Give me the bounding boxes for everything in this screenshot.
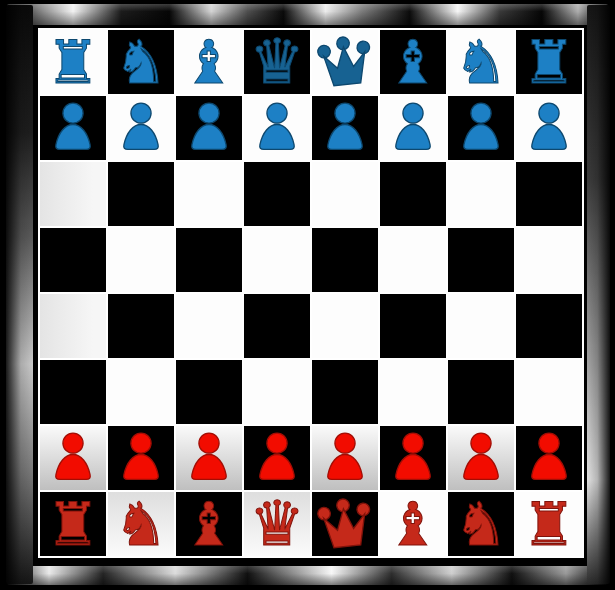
queen-icon: ♛ <box>249 492 305 556</box>
piece-blue-king-e8[interactable] <box>316 36 374 88</box>
piece-red-pawn-a2[interactable] <box>45 429 101 487</box>
square-g7[interactable] <box>448 96 514 160</box>
square-g6[interactable] <box>448 162 514 226</box>
square-e5[interactable] <box>312 228 378 292</box>
square-b4[interactable] <box>108 294 174 358</box>
square-b7[interactable] <box>108 96 174 160</box>
person-icon <box>317 99 373 157</box>
square-h6[interactable] <box>516 162 582 226</box>
piece-blue-pawn-g7[interactable] <box>453 99 509 157</box>
piece-red-knight-g1[interactable]: ♞ <box>454 492 508 556</box>
piece-red-pawn-c2[interactable] <box>181 429 237 487</box>
square-c5[interactable] <box>176 228 242 292</box>
frame-metal-bottom <box>7 566 608 585</box>
frame-metal-top <box>7 4 608 25</box>
bishop-icon: ♝ <box>386 30 440 94</box>
piece-blue-knight-g8[interactable]: ♞ <box>454 30 508 94</box>
piece-red-pawn-h2[interactable] <box>521 429 577 487</box>
person-icon <box>113 99 169 157</box>
square-b1[interactable]: ♞ <box>108 492 174 556</box>
bishop-icon: ♝ <box>182 492 236 556</box>
person-icon <box>249 429 305 487</box>
piece-red-bishop-c1[interactable]: ♝ <box>182 492 236 556</box>
chess-board: ♜♞♝♛♝♞♜♜♞♝♛♝♞♜ <box>38 28 584 558</box>
piece-red-pawn-g2[interactable] <box>453 429 509 487</box>
square-c8[interactable]: ♝ <box>176 30 242 94</box>
square-e4[interactable] <box>312 294 378 358</box>
square-c1[interactable]: ♝ <box>176 492 242 556</box>
square-e6[interactable] <box>312 162 378 226</box>
person-icon <box>249 99 305 157</box>
square-d7[interactable] <box>244 96 310 160</box>
square-b6[interactable] <box>108 162 174 226</box>
square-g5[interactable] <box>448 228 514 292</box>
piece-blue-pawn-c7[interactable] <box>181 99 237 157</box>
square-a3[interactable] <box>40 360 106 424</box>
square-f8[interactable]: ♝ <box>380 30 446 94</box>
rook-icon: ♜ <box>46 492 100 556</box>
rook-icon: ♜ <box>522 30 576 94</box>
piece-blue-pawn-h7[interactable] <box>521 99 577 157</box>
piece-red-rook-a1[interactable]: ♜ <box>46 492 100 556</box>
square-a8[interactable]: ♜ <box>40 30 106 94</box>
bishop-icon: ♝ <box>386 492 440 556</box>
square-h3[interactable] <box>516 360 582 424</box>
square-e7[interactable] <box>312 96 378 160</box>
person-icon <box>317 429 373 487</box>
square-f3[interactable] <box>380 360 446 424</box>
piece-red-queen-d1[interactable]: ♛ <box>249 492 305 556</box>
square-b5[interactable] <box>108 228 174 292</box>
person-icon <box>181 99 237 157</box>
square-g3[interactable] <box>448 360 514 424</box>
piece-blue-pawn-d7[interactable] <box>249 99 305 157</box>
rook-icon: ♜ <box>522 492 576 556</box>
square-h7[interactable] <box>516 96 582 160</box>
square-e2[interactable] <box>312 426 378 490</box>
frame-metal-right <box>587 5 610 584</box>
square-d2[interactable] <box>244 426 310 490</box>
person-icon <box>181 429 237 487</box>
knight-icon: ♞ <box>114 30 168 94</box>
square-g4[interactable] <box>448 294 514 358</box>
knight-icon: ♞ <box>454 492 508 556</box>
square-c3[interactable] <box>176 360 242 424</box>
square-c7[interactable] <box>176 96 242 160</box>
square-f1[interactable]: ♝ <box>380 492 446 556</box>
bishop-icon: ♝ <box>182 30 236 94</box>
square-h8[interactable]: ♜ <box>516 30 582 94</box>
square-e3[interactable] <box>312 360 378 424</box>
square-c4[interactable] <box>176 294 242 358</box>
crown-icon <box>313 33 376 91</box>
square-h2[interactable] <box>516 426 582 490</box>
piece-blue-pawn-a7[interactable] <box>45 99 101 157</box>
square-a2[interactable] <box>40 426 106 490</box>
person-icon <box>521 99 577 157</box>
piece-blue-queen-d8[interactable]: ♛ <box>249 30 305 94</box>
piece-red-pawn-d2[interactable] <box>249 429 305 487</box>
person-icon <box>113 429 169 487</box>
piece-blue-pawn-e7[interactable] <box>317 99 373 157</box>
square-f2[interactable] <box>380 426 446 490</box>
square-f5[interactable] <box>380 228 446 292</box>
square-d5[interactable] <box>244 228 310 292</box>
queen-icon: ♛ <box>249 30 305 94</box>
piece-red-pawn-b2[interactable] <box>113 429 169 487</box>
square-e1[interactable] <box>312 492 378 556</box>
frame-metal-left <box>6 5 33 584</box>
square-d6[interactable] <box>244 162 310 226</box>
rook-icon: ♜ <box>46 30 100 94</box>
square-b3[interactable] <box>108 360 174 424</box>
piece-blue-knight-b8[interactable]: ♞ <box>114 30 168 94</box>
square-e8[interactable] <box>312 30 378 94</box>
person-icon <box>521 429 577 487</box>
square-f7[interactable] <box>380 96 446 160</box>
square-d1[interactable]: ♛ <box>244 492 310 556</box>
piece-red-bishop-f1[interactable]: ♝ <box>386 492 440 556</box>
piece-red-pawn-f2[interactable] <box>385 429 441 487</box>
piece-blue-bishop-c8[interactable]: ♝ <box>182 30 236 94</box>
square-a6[interactable] <box>40 162 106 226</box>
square-h1[interactable]: ♜ <box>516 492 582 556</box>
square-d3[interactable] <box>244 360 310 424</box>
square-d8[interactable]: ♛ <box>244 30 310 94</box>
piece-blue-rook-a8[interactable]: ♜ <box>46 30 100 94</box>
square-f4[interactable] <box>380 294 446 358</box>
square-d4[interactable] <box>244 294 310 358</box>
knight-icon: ♞ <box>454 30 508 94</box>
piece-blue-rook-h8[interactable]: ♜ <box>522 30 576 94</box>
square-a4[interactable] <box>40 294 106 358</box>
square-a5[interactable] <box>40 228 106 292</box>
framed-chessboard: ♜♞♝♛♝♞♜♜♞♝♛♝♞♜ <box>0 0 615 590</box>
person-icon <box>453 99 509 157</box>
piece-blue-pawn-f7[interactable] <box>385 99 441 157</box>
square-a7[interactable] <box>40 96 106 160</box>
crown-icon <box>313 495 376 553</box>
person-icon <box>385 429 441 487</box>
square-c2[interactable] <box>176 426 242 490</box>
square-b2[interactable] <box>108 426 174 490</box>
square-h5[interactable] <box>516 228 582 292</box>
person-icon <box>453 429 509 487</box>
person-icon <box>45 99 101 157</box>
piece-blue-pawn-b7[interactable] <box>113 99 169 157</box>
square-h4[interactable] <box>516 294 582 358</box>
square-g2[interactable] <box>448 426 514 490</box>
square-a1[interactable]: ♜ <box>40 492 106 556</box>
piece-red-knight-b1[interactable]: ♞ <box>114 492 168 556</box>
piece-red-king-e1[interactable] <box>316 498 374 550</box>
piece-red-rook-h1[interactable]: ♜ <box>522 492 576 556</box>
square-g1[interactable]: ♞ <box>448 492 514 556</box>
square-b8[interactable]: ♞ <box>108 30 174 94</box>
square-c6[interactable] <box>176 162 242 226</box>
person-icon <box>385 99 441 157</box>
square-g8[interactable]: ♞ <box>448 30 514 94</box>
person-icon <box>45 429 101 487</box>
piece-blue-bishop-f8[interactable]: ♝ <box>386 30 440 94</box>
square-f6[interactable] <box>380 162 446 226</box>
knight-icon: ♞ <box>114 492 168 556</box>
piece-red-pawn-e2[interactable] <box>317 429 373 487</box>
